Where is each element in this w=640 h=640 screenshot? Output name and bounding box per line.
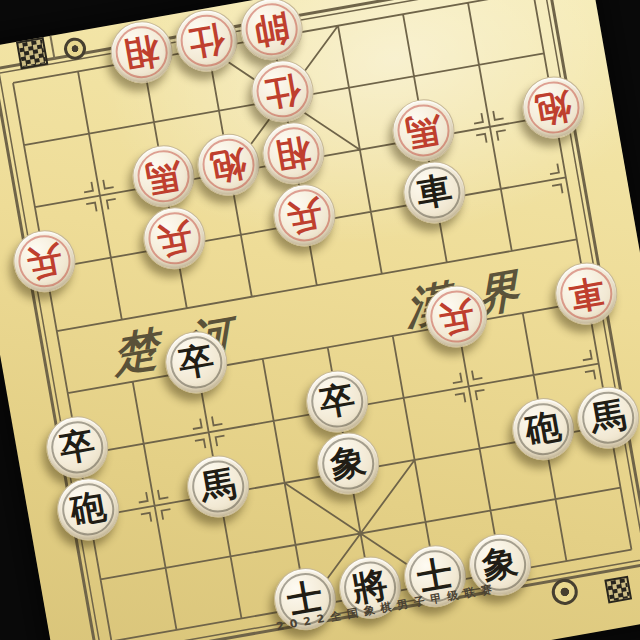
piece-red-advisor[interactable]: 仕 (171, 4, 243, 76)
piece-glyph: 砲 (53, 474, 123, 544)
piece-black-cannon[interactable]: 砲 (507, 393, 579, 465)
piece-red-horse[interactable]: 馬 (128, 140, 200, 212)
piece-glyph: 車 (400, 157, 470, 227)
piece-glyph: 兵 (421, 281, 491, 351)
piece-black-elephant[interactable]: 象 (312, 427, 384, 499)
piece-black-chariot[interactable]: 車 (398, 156, 470, 228)
piece-glyph: 兵 (270, 180, 340, 250)
xiangqi-board: 2022全国象棋男子甲级联赛 楚河 漢界 相仕帥仕馬炮相馬炮兵兵兵車卒兵車卒卒砲… (0, 0, 640, 640)
piece-glyph: 炮 (194, 130, 264, 200)
piece-black-soldier[interactable]: 卒 (301, 365, 373, 437)
piece-glyph: 兵 (140, 203, 210, 273)
piece-glyph: 車 (551, 258, 621, 328)
piece-red-elephant[interactable]: 相 (258, 117, 330, 189)
piece-red-king[interactable]: 帥 (236, 0, 308, 65)
piece-red-soldier[interactable]: 兵 (420, 280, 492, 352)
piece-red-chariot[interactable]: 車 (550, 257, 622, 329)
pieces-grid: 相仕帥仕馬炮相馬炮兵兵兵車卒兵車卒卒砲馬象砲馬士將士象 (0, 0, 640, 640)
piece-glyph: 兵 (10, 226, 80, 296)
piece-glyph: 相 (107, 17, 177, 87)
qr-code-icon (604, 576, 632, 604)
piece-black-cannon[interactable]: 砲 (52, 473, 124, 545)
piece-red-soldier[interactable]: 兵 (8, 225, 80, 297)
piece-black-horse[interactable]: 馬 (182, 450, 254, 522)
piece-red-soldier[interactable]: 兵 (268, 179, 340, 251)
photo-backdrop: 2022全国象棋男子甲级联赛 楚河 漢界 相仕帥仕馬炮相馬炮兵兵兵車卒兵車卒卒砲… (0, 0, 640, 640)
piece-glyph: 砲 (508, 394, 578, 464)
piece-black-horse[interactable]: 馬 (572, 381, 640, 453)
piece-glyph: 卒 (42, 412, 112, 482)
piece-glyph: 馬 (183, 451, 253, 521)
piece-glyph: 炮 (519, 72, 589, 142)
piece-black-soldier[interactable]: 卒 (160, 326, 232, 398)
piece-glyph: 象 (313, 428, 383, 498)
piece-glyph: 卒 (302, 366, 372, 436)
piece-glyph: 帥 (237, 0, 307, 64)
piece-red-elephant[interactable]: 相 (106, 16, 178, 88)
piece-red-cannon[interactable]: 炮 (193, 128, 265, 200)
piece-glyph: 卒 (161, 327, 231, 397)
piece-red-cannon[interactable]: 炮 (518, 71, 590, 143)
piece-red-soldier[interactable]: 兵 (138, 202, 210, 274)
piece-red-horse[interactable]: 馬 (388, 94, 460, 166)
piece-glyph: 仕 (172, 5, 242, 75)
piece-red-advisor[interactable]: 仕 (247, 55, 319, 127)
piece-glyph: 仕 (248, 56, 318, 126)
piece-glyph: 馬 (573, 382, 640, 452)
piece-glyph: 馬 (389, 95, 459, 165)
piece-black-soldier[interactable]: 卒 (41, 411, 113, 483)
piece-glyph: 馬 (129, 141, 199, 211)
piece-glyph: 相 (259, 118, 329, 188)
